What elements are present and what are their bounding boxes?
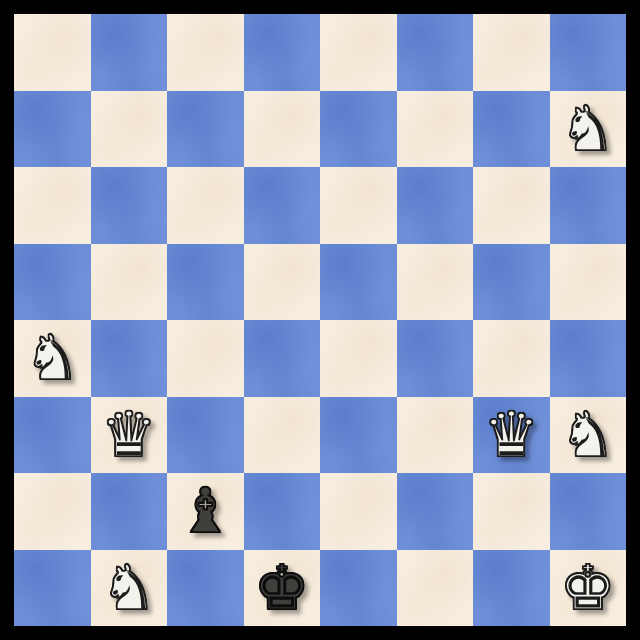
square-c3[interactable] <box>167 397 244 474</box>
square-e5[interactable] <box>320 244 397 321</box>
square-b1[interactable]: ♞ <box>91 550 168 627</box>
square-f6[interactable] <box>397 167 474 244</box>
square-h3[interactable]: ♞ <box>550 397 627 474</box>
square-a3[interactable] <box>14 397 91 474</box>
square-c1[interactable] <box>167 550 244 627</box>
square-d1[interactable]: ♚ <box>244 550 321 627</box>
square-d3[interactable] <box>244 397 321 474</box>
square-g5[interactable] <box>473 244 550 321</box>
black-king-d1[interactable]: ♚ <box>254 557 310 619</box>
square-g6[interactable] <box>473 167 550 244</box>
square-h4[interactable] <box>550 320 627 397</box>
square-h5[interactable] <box>550 244 627 321</box>
square-b7[interactable] <box>91 91 168 168</box>
square-g4[interactable] <box>473 320 550 397</box>
square-f4[interactable] <box>397 320 474 397</box>
square-e8[interactable] <box>320 14 397 91</box>
square-c7[interactable] <box>167 91 244 168</box>
square-a8[interactable] <box>14 14 91 91</box>
square-f5[interactable] <box>397 244 474 321</box>
square-f8[interactable] <box>397 14 474 91</box>
square-a6[interactable] <box>14 167 91 244</box>
square-f2[interactable] <box>397 473 474 550</box>
square-a1[interactable] <box>14 550 91 627</box>
square-g2[interactable] <box>473 473 550 550</box>
square-d4[interactable] <box>244 320 321 397</box>
square-c6[interactable] <box>167 167 244 244</box>
square-b6[interactable] <box>91 167 168 244</box>
white-knight-a4[interactable]: ♞ <box>24 327 80 389</box>
square-h7[interactable]: ♞ <box>550 91 627 168</box>
square-b5[interactable] <box>91 244 168 321</box>
square-a7[interactable] <box>14 91 91 168</box>
square-e1[interactable] <box>320 550 397 627</box>
square-f1[interactable] <box>397 550 474 627</box>
square-f7[interactable] <box>397 91 474 168</box>
square-h2[interactable] <box>550 473 627 550</box>
white-queen-b3[interactable]: ♛ <box>101 404 157 466</box>
black-bishop-c2[interactable]: ♝ <box>177 480 233 542</box>
square-e7[interactable] <box>320 91 397 168</box>
square-d7[interactable] <box>244 91 321 168</box>
square-f3[interactable] <box>397 397 474 474</box>
chess-board: ♞♞♛♛♞♝♞♚♚ <box>14 14 626 626</box>
square-e2[interactable] <box>320 473 397 550</box>
square-b8[interactable] <box>91 14 168 91</box>
square-d2[interactable] <box>244 473 321 550</box>
square-g8[interactable] <box>473 14 550 91</box>
square-c2[interactable]: ♝ <box>167 473 244 550</box>
square-b3[interactable]: ♛ <box>91 397 168 474</box>
square-g7[interactable] <box>473 91 550 168</box>
square-d8[interactable] <box>244 14 321 91</box>
board-frame: ♞♞♛♛♞♝♞♚♚ <box>0 0 640 640</box>
square-g1[interactable] <box>473 550 550 627</box>
square-h1[interactable]: ♚ <box>550 550 627 627</box>
square-b4[interactable] <box>91 320 168 397</box>
square-d5[interactable] <box>244 244 321 321</box>
square-b2[interactable] <box>91 473 168 550</box>
square-c4[interactable] <box>167 320 244 397</box>
square-a2[interactable] <box>14 473 91 550</box>
square-c8[interactable] <box>167 14 244 91</box>
white-knight-b1[interactable]: ♞ <box>101 557 157 619</box>
square-h8[interactable] <box>550 14 627 91</box>
square-e3[interactable] <box>320 397 397 474</box>
white-knight-h7[interactable]: ♞ <box>560 98 616 160</box>
square-c5[interactable] <box>167 244 244 321</box>
square-h6[interactable] <box>550 167 627 244</box>
white-king-h1[interactable]: ♚ <box>560 557 616 619</box>
white-knight-h3[interactable]: ♞ <box>560 404 616 466</box>
white-queen-g3[interactable]: ♛ <box>483 404 539 466</box>
square-g3[interactable]: ♛ <box>473 397 550 474</box>
square-a4[interactable]: ♞ <box>14 320 91 397</box>
square-e6[interactable] <box>320 167 397 244</box>
square-e4[interactable] <box>320 320 397 397</box>
square-a5[interactable] <box>14 244 91 321</box>
square-d6[interactable] <box>244 167 321 244</box>
